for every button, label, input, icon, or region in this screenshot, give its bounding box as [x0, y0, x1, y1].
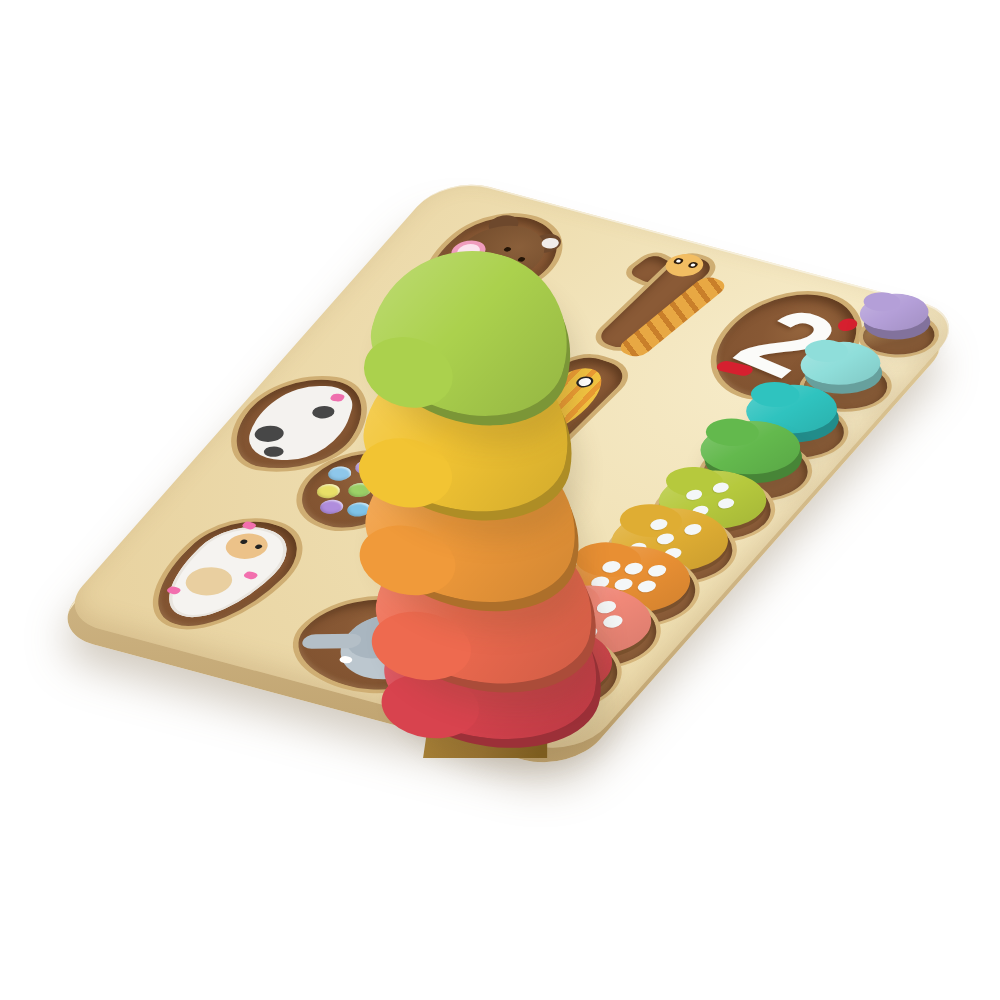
- count-dot-icon: [681, 523, 705, 537]
- candy-dot: [324, 464, 356, 483]
- count-dot-icon: [710, 481, 732, 494]
- recess-sheep[interactable]: [128, 509, 321, 639]
- giraffe-eye-icon: [672, 257, 685, 265]
- elephant-trunk: [301, 634, 363, 649]
- count-dot-icon: [645, 564, 670, 579]
- count-dot-icon: [715, 497, 737, 510]
- count-dot-icon: [653, 532, 677, 546]
- recess-numeral-1-giraffe[interactable]: [568, 239, 732, 361]
- candy-dot: [316, 497, 348, 516]
- count-dot-icon: [599, 614, 626, 630]
- count-dot-icon: [622, 561, 647, 576]
- giraffe-eye-icon: [687, 261, 700, 269]
- count-dot-icon: [599, 559, 624, 574]
- count-dot-icon: [593, 599, 620, 615]
- candy-dot: [312, 482, 344, 501]
- count-dot-icon: [683, 488, 705, 501]
- count-dot-icon: [634, 579, 659, 594]
- product-photo-stage: 2: [0, 0, 1000, 1000]
- count-dot-icon: [647, 517, 671, 531]
